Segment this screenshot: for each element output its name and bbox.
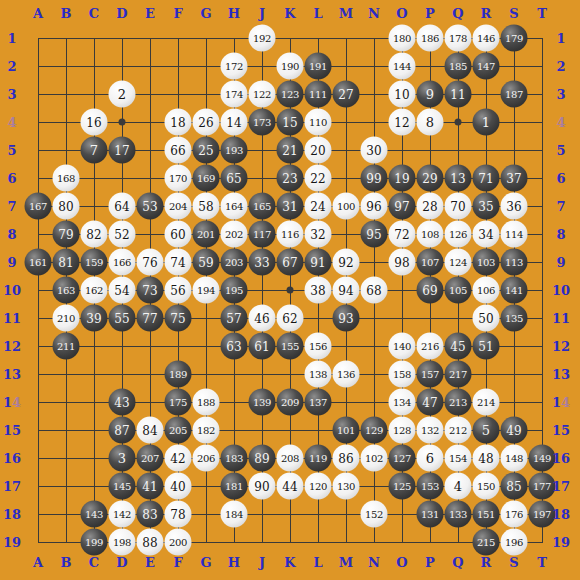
col-label-bottom-R: R — [481, 555, 492, 570]
stone-black-59-G9: 59 — [193, 249, 220, 276]
stone-white-62-K11: 62 — [277, 305, 304, 332]
row-label-right-13: 13 — [552, 367, 570, 382]
stone-white-200-F19: 200 — [165, 529, 192, 556]
stone-white-172-H2: 172 — [221, 53, 248, 80]
stone-white-14-H4: 14 — [221, 109, 248, 136]
stone-black-27-M3: 27 — [333, 81, 360, 108]
stone-black-131-P18: 131 — [417, 501, 444, 528]
stone-black-85-S17: 85 — [501, 473, 528, 500]
stone-white-216-P12: 216 — [417, 333, 444, 360]
col-label-top-P: P — [425, 6, 435, 21]
stone-black-57-H11: 57 — [221, 305, 248, 332]
row-label-right-8: 8 — [556, 227, 565, 242]
stone-black-17-D5: 17 — [109, 137, 136, 164]
col-label-top-C: C — [89, 6, 99, 21]
stone-black-183-H16: 183 — [221, 445, 248, 472]
stone-white-90-J17: 90 — [249, 473, 276, 500]
stone-white-86-M16: 86 — [333, 445, 360, 472]
col-label-top-O: O — [396, 6, 407, 21]
row-label-right-1: 1 — [556, 31, 565, 46]
row-label-left-14: 14 — [3, 395, 21, 410]
stone-white-108-P8: 108 — [417, 221, 444, 248]
stone-black-67-K9: 67 — [277, 249, 304, 276]
stone-black-207-E16: 207 — [137, 445, 164, 472]
stone-black-83-E18: 83 — [137, 501, 164, 528]
stone-black-157-P13: 157 — [417, 361, 444, 388]
col-label-bottom-S: S — [509, 555, 518, 570]
stone-white-158-O13: 158 — [389, 361, 416, 388]
stone-black-87-D15: 87 — [109, 417, 136, 444]
stone-white-174-H3: 174 — [221, 81, 248, 108]
row-label-left-13: 13 — [3, 367, 21, 382]
stone-white-132-P15: 132 — [417, 417, 444, 444]
stone-black-213-Q14: 213 — [445, 389, 472, 416]
stone-black-203-H9: 203 — [221, 249, 248, 276]
stone-black-69-P10: 69 — [417, 277, 444, 304]
row-label-left-9: 9 — [7, 255, 16, 270]
stone-white-82-C8: 82 — [81, 221, 108, 248]
stone-black-107-P9: 107 — [417, 249, 444, 276]
stone-black-79-B8: 79 — [53, 221, 80, 248]
star-point-D4 — [119, 119, 126, 126]
stone-white-72-O8: 72 — [389, 221, 416, 248]
stone-black-9-P3: 9 — [417, 81, 444, 108]
col-label-bottom-N: N — [368, 555, 380, 570]
stone-black-187-S3: 187 — [501, 81, 528, 108]
col-label-top-K: K — [284, 6, 295, 21]
stone-white-178-Q1: 178 — [445, 25, 472, 52]
stone-white-42-F16: 42 — [165, 445, 192, 472]
row-label-right-14: 14 — [552, 395, 570, 410]
stone-white-194-G10: 194 — [193, 277, 220, 304]
stone-black-63-H12: 63 — [221, 333, 248, 360]
stone-white-180-O1: 180 — [389, 25, 416, 52]
stone-black-133-Q18: 133 — [445, 501, 472, 528]
stone-black-153-P17: 153 — [417, 473, 444, 500]
stone-black-209-K14: 209 — [277, 389, 304, 416]
row-label-right-7: 7 — [556, 199, 565, 214]
stone-black-169-G6: 169 — [193, 165, 220, 192]
stone-white-64-D7: 64 — [109, 193, 136, 220]
col-label-top-M: M — [339, 6, 353, 21]
stone-white-18-F4: 18 — [165, 109, 192, 136]
stone-white-74-F9: 74 — [165, 249, 192, 276]
row-label-right-11: 11 — [552, 311, 570, 326]
stone-white-214-R14: 214 — [473, 389, 500, 416]
stone-black-71-R6: 71 — [473, 165, 500, 192]
col-label-bottom-H: H — [228, 555, 240, 570]
col-label-top-N: N — [368, 6, 380, 21]
stone-white-4-Q17: 4 — [445, 473, 472, 500]
stone-black-217-Q13: 217 — [445, 361, 472, 388]
stone-white-166-D9: 166 — [109, 249, 136, 276]
stone-black-61-J12: 61 — [249, 333, 276, 360]
stone-black-103-R9: 103 — [473, 249, 500, 276]
stone-black-89-J16: 89 — [249, 445, 276, 472]
row-label-left-19: 19 — [3, 535, 21, 550]
col-label-bottom-F: F — [173, 555, 182, 570]
stone-black-7-C5: 7 — [81, 137, 108, 164]
stone-black-31-K7: 31 — [277, 193, 304, 220]
row-label-right-18: 18 — [552, 507, 570, 522]
stone-white-88-E19: 88 — [137, 529, 164, 556]
stone-black-13-Q6: 13 — [445, 165, 472, 192]
stone-white-202-H8: 202 — [221, 221, 248, 248]
stone-white-46-J11: 46 — [249, 305, 276, 332]
stone-white-22-L6: 22 — [305, 165, 332, 192]
stone-black-145-D17: 145 — [109, 473, 136, 500]
row-label-right-15: 15 — [552, 423, 570, 438]
row-label-right-5: 5 — [556, 143, 565, 158]
stone-black-127-O16: 127 — [389, 445, 416, 472]
row-label-right-2: 2 — [556, 59, 565, 74]
stone-black-35-R7: 35 — [473, 193, 500, 220]
stone-white-40-F17: 40 — [165, 473, 192, 500]
stone-black-181-H17: 181 — [221, 473, 248, 500]
row-label-left-18: 18 — [3, 507, 21, 522]
stone-white-192-J1: 192 — [249, 25, 276, 52]
stone-black-15-K4: 15 — [277, 109, 304, 136]
col-label-bottom-L: L — [313, 555, 322, 570]
go-board[interactable]: 1234567891011121314151617181920212223242… — [0, 0, 580, 580]
stone-black-193-H5: 193 — [221, 137, 248, 164]
stone-black-123-K3: 123 — [277, 81, 304, 108]
row-label-left-6: 6 — [7, 171, 16, 186]
stone-white-136-M13: 136 — [333, 361, 360, 388]
stone-black-11-Q3: 11 — [445, 81, 472, 108]
col-label-top-S: S — [509, 6, 518, 21]
stone-white-168-B6: 168 — [53, 165, 80, 192]
stone-black-37-S6: 37 — [501, 165, 528, 192]
stone-white-148-S16: 148 — [501, 445, 528, 472]
stone-black-147-R2: 147 — [473, 53, 500, 80]
row-label-left-4: 4 — [7, 115, 16, 130]
row-label-right-17: 17 — [552, 479, 570, 494]
stone-white-198-D19: 198 — [109, 529, 136, 556]
stone-white-2-D3: 2 — [109, 81, 136, 108]
stone-white-106-R10: 106 — [473, 277, 500, 304]
stone-white-50-R11: 50 — [473, 305, 500, 332]
row-label-right-10: 10 — [552, 283, 570, 298]
stone-white-154-Q16: 154 — [445, 445, 472, 472]
stone-white-126-Q8: 126 — [445, 221, 472, 248]
stone-white-212-Q15: 212 — [445, 417, 472, 444]
stone-white-176-S18: 176 — [501, 501, 528, 528]
stone-black-165-J7: 165 — [249, 193, 276, 220]
row-label-right-12: 12 — [552, 339, 570, 354]
col-label-bottom-A: A — [33, 555, 43, 570]
stone-white-146-R1: 146 — [473, 25, 500, 52]
stone-black-105-Q10: 105 — [445, 277, 472, 304]
stone-white-122-J3: 122 — [249, 81, 276, 108]
row-label-left-3: 3 — [7, 87, 16, 102]
stone-black-215-R19: 215 — [473, 529, 500, 556]
row-label-right-6: 6 — [556, 171, 565, 186]
stone-black-143-C18: 143 — [81, 501, 108, 528]
col-label-bottom-E: E — [145, 555, 155, 570]
row-label-left-8: 8 — [7, 227, 16, 242]
row-label-left-2: 2 — [7, 59, 16, 74]
row-label-right-3: 3 — [556, 87, 565, 102]
stone-white-188-G14: 188 — [193, 389, 220, 416]
stone-white-70-Q7: 70 — [445, 193, 472, 220]
col-label-top-F: F — [173, 6, 182, 21]
col-label-top-L: L — [313, 6, 322, 21]
stone-black-163-B10: 163 — [53, 277, 80, 304]
stone-white-56-F10: 56 — [165, 277, 192, 304]
stone-white-190-K2: 190 — [277, 53, 304, 80]
stone-black-137-L14: 137 — [305, 389, 332, 416]
stone-white-186-P1: 186 — [417, 25, 444, 52]
col-label-top-D: D — [116, 6, 127, 21]
stone-black-65-H6: 65 — [221, 165, 248, 192]
col-label-bottom-K: K — [284, 555, 295, 570]
stone-white-110-L4: 110 — [305, 109, 332, 136]
col-label-bottom-P: P — [425, 555, 435, 570]
stone-white-94-M10: 94 — [333, 277, 360, 304]
stone-white-10-O3: 10 — [389, 81, 416, 108]
stone-black-77-E11: 77 — [137, 305, 164, 332]
stone-white-208-K16: 208 — [277, 445, 304, 472]
stone-white-130-M17: 130 — [333, 473, 360, 500]
stone-black-55-D11: 55 — [109, 305, 136, 332]
stone-black-3-D16: 3 — [109, 445, 136, 472]
stone-black-1-R4: 1 — [473, 109, 500, 136]
stone-black-141-S10: 141 — [501, 277, 528, 304]
stone-black-47-P14: 47 — [417, 389, 444, 416]
stone-black-175-F14: 175 — [165, 389, 192, 416]
stone-black-111-L3: 111 — [305, 81, 332, 108]
stone-white-58-G7: 58 — [193, 193, 220, 220]
col-label-bottom-G: G — [200, 555, 211, 570]
stone-white-140-O12: 140 — [389, 333, 416, 360]
col-label-bottom-Q: Q — [452, 555, 463, 570]
col-label-top-E: E — [145, 6, 155, 21]
stone-white-44-K17: 44 — [277, 473, 304, 500]
stone-black-211-B12: 211 — [53, 333, 80, 360]
stone-white-16-C4: 16 — [81, 109, 108, 136]
stone-black-95-N8: 95 — [361, 221, 388, 248]
stone-black-49-S15: 49 — [501, 417, 528, 444]
col-label-bottom-B: B — [61, 555, 72, 570]
stone-white-66-F5: 66 — [165, 137, 192, 164]
row-label-left-12: 12 — [3, 339, 21, 354]
col-label-top-T: T — [537, 6, 547, 21]
row-label-left-17: 17 — [3, 479, 21, 494]
star-point-K10 — [287, 287, 294, 294]
stone-white-170-F6: 170 — [165, 165, 192, 192]
stone-black-179-S1: 179 — [501, 25, 528, 52]
stone-black-195-H10: 195 — [221, 277, 248, 304]
stone-white-26-G4: 26 — [193, 109, 220, 136]
stone-white-138-L13: 138 — [305, 361, 332, 388]
stone-black-117-J8: 117 — [249, 221, 276, 248]
col-label-top-G: G — [200, 6, 211, 21]
stone-white-78-F18: 78 — [165, 501, 192, 528]
row-label-right-19: 19 — [552, 535, 570, 550]
stone-white-68-N10: 68 — [361, 277, 388, 304]
stone-white-124-Q9: 124 — [445, 249, 472, 276]
stone-black-201-G8: 201 — [193, 221, 220, 248]
stone-black-135-S11: 135 — [501, 305, 528, 332]
stone-black-159-C9: 159 — [81, 249, 108, 276]
stone-white-60-F8: 60 — [165, 221, 192, 248]
stone-white-120-L17: 120 — [305, 473, 332, 500]
stone-black-21-K5: 21 — [277, 137, 304, 164]
stone-black-25-G5: 25 — [193, 137, 220, 164]
stone-white-142-D18: 142 — [109, 501, 136, 528]
stone-black-33-J9: 33 — [249, 249, 276, 276]
col-label-top-R: R — [481, 6, 492, 21]
col-label-bottom-D: D — [116, 555, 127, 570]
row-label-left-1: 1 — [7, 31, 16, 46]
col-label-top-H: H — [228, 6, 240, 21]
stone-black-23-K6: 23 — [277, 165, 304, 192]
row-label-left-7: 7 — [7, 199, 16, 214]
stone-white-84-E15: 84 — [137, 417, 164, 444]
stone-black-125-O17: 125 — [389, 473, 416, 500]
col-label-bottom-T: T — [537, 555, 547, 570]
stone-white-206-G16: 206 — [193, 445, 220, 472]
stone-white-80-B7: 80 — [53, 193, 80, 220]
stone-white-100-M7: 100 — [333, 193, 360, 220]
row-label-left-11: 11 — [3, 311, 21, 326]
stone-white-30-N5: 30 — [361, 137, 388, 164]
stone-black-191-L2: 191 — [305, 53, 332, 80]
row-label-right-16: 16 — [552, 451, 570, 466]
stone-white-164-H7: 164 — [221, 193, 248, 220]
stone-black-81-B9: 81 — [53, 249, 80, 276]
stone-white-24-L7: 24 — [305, 193, 332, 220]
stone-black-93-M11: 93 — [333, 305, 360, 332]
stone-white-20-L5: 20 — [305, 137, 332, 164]
stone-black-73-E10: 73 — [137, 277, 164, 304]
col-label-top-A: A — [33, 6, 43, 21]
row-label-right-4: 4 — [556, 115, 565, 130]
row-label-left-16: 16 — [3, 451, 21, 466]
stone-white-204-F7: 204 — [165, 193, 192, 220]
stone-white-6-P16: 6 — [417, 445, 444, 472]
stone-black-91-L9: 91 — [305, 249, 332, 276]
stone-white-150-R17: 150 — [473, 473, 500, 500]
stone-white-48-R16: 48 — [473, 445, 500, 472]
stone-black-185-Q2: 185 — [445, 53, 472, 80]
stone-white-12-O4: 12 — [389, 109, 416, 136]
col-label-top-Q: Q — [452, 6, 463, 21]
stone-white-8-P4: 8 — [417, 109, 444, 136]
stone-white-184-H18: 184 — [221, 501, 248, 528]
stone-black-151-R18: 151 — [473, 501, 500, 528]
stone-black-5-R15: 5 — [473, 417, 500, 444]
stone-white-128-O15: 128 — [389, 417, 416, 444]
stone-black-19-O6: 19 — [389, 165, 416, 192]
stone-white-38-L10: 38 — [305, 277, 332, 304]
stone-white-98-O9: 98 — [389, 249, 416, 276]
stone-white-54-D10: 54 — [109, 277, 136, 304]
col-label-bottom-O: O — [396, 555, 407, 570]
stone-black-161-A9: 161 — [25, 249, 52, 276]
stone-black-139-J14: 139 — [249, 389, 276, 416]
stone-white-34-R8: 34 — [473, 221, 500, 248]
stone-black-205-F15: 205 — [165, 417, 192, 444]
stone-white-92-M9: 92 — [333, 249, 360, 276]
stone-black-75-F11: 75 — [165, 305, 192, 332]
col-label-bottom-C: C — [89, 555, 99, 570]
stone-black-45-Q12: 45 — [445, 333, 472, 360]
stone-white-36-S7: 36 — [501, 193, 528, 220]
stone-black-113-S9: 113 — [501, 249, 528, 276]
stone-white-116-K8: 116 — [277, 221, 304, 248]
star-point-Q4 — [455, 119, 462, 126]
stone-white-32-L8: 32 — [305, 221, 332, 248]
stone-white-162-C10: 162 — [81, 277, 108, 304]
stone-black-97-O7: 97 — [389, 193, 416, 220]
stone-black-51-R12: 51 — [473, 333, 500, 360]
stone-black-41-E17: 41 — [137, 473, 164, 500]
col-label-top-B: B — [61, 6, 72, 21]
stone-black-167-A7: 167 — [25, 193, 52, 220]
stone-white-134-O14: 134 — [389, 389, 416, 416]
row-label-right-9: 9 — [556, 255, 565, 270]
col-label-bottom-J: J — [259, 555, 265, 570]
stone-white-196-S19: 196 — [501, 529, 528, 556]
stone-black-129-N15: 129 — [361, 417, 388, 444]
stone-white-156-L12: 156 — [305, 333, 332, 360]
row-label-left-10: 10 — [3, 283, 21, 298]
stone-white-114-S8: 114 — [501, 221, 528, 248]
row-label-left-15: 15 — [3, 423, 21, 438]
stone-black-155-K12: 155 — [277, 333, 304, 360]
stone-white-52-D8: 52 — [109, 221, 136, 248]
stone-black-29-P6: 29 — [417, 165, 444, 192]
col-label-bottom-M: M — [339, 555, 353, 570]
stone-black-119-L16: 119 — [305, 445, 332, 472]
stone-black-39-C11: 39 — [81, 305, 108, 332]
stone-black-199-C19: 199 — [81, 529, 108, 556]
stone-black-101-M15: 101 — [333, 417, 360, 444]
stone-white-102-N16: 102 — [361, 445, 388, 472]
stone-black-189-F13: 189 — [165, 361, 192, 388]
stone-black-53-E7: 53 — [137, 193, 164, 220]
stone-white-28-P7: 28 — [417, 193, 444, 220]
stone-white-182-G15: 182 — [193, 417, 220, 444]
col-label-top-J: J — [259, 6, 265, 21]
stone-black-173-J4: 173 — [249, 109, 276, 136]
stone-white-96-N7: 96 — [361, 193, 388, 220]
row-label-left-5: 5 — [7, 143, 16, 158]
stone-white-152-N18: 152 — [361, 501, 388, 528]
stone-black-43-D14: 43 — [109, 389, 136, 416]
stone-white-144-O2: 144 — [389, 53, 416, 80]
stone-white-76-E9: 76 — [137, 249, 164, 276]
stone-white-210-B11: 210 — [53, 305, 80, 332]
stone-black-99-N6: 99 — [361, 165, 388, 192]
